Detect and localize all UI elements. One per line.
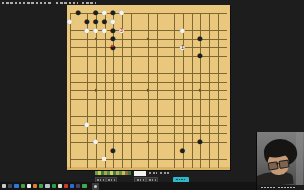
white-stone-A18: ● xyxy=(65,17,74,26)
webcam-background xyxy=(296,132,303,190)
taskbar-icon-app-6[interactable] xyxy=(39,184,43,188)
go-board[interactable]: ●●●●●●●●●▲●●●●●●●●●●●●●3●●1●● xyxy=(67,5,230,170)
webcam-caption-bar xyxy=(257,185,304,190)
toolbar-text-2 xyxy=(160,172,169,174)
white-stone-G19: ● xyxy=(117,9,126,18)
black-stone-glyph: ● xyxy=(179,145,186,156)
white-stone-glyph: ● xyxy=(84,25,91,36)
taskbar-icon-start[interactable] xyxy=(2,184,6,188)
taskbar-icon-app-9[interactable] xyxy=(58,184,62,188)
white-stone-glyph: ● xyxy=(118,7,125,18)
white-stone-O15: ●1 xyxy=(178,43,187,52)
white-stone-glyph: ● xyxy=(92,136,99,147)
taskbar-icon-app-3[interactable] xyxy=(21,184,25,188)
taskbar-icon-app-1[interactable] xyxy=(8,184,12,188)
taskbar-active-app[interactable] xyxy=(92,183,99,190)
square-marker xyxy=(102,157,106,161)
taskbar-icon-app-2[interactable] xyxy=(14,184,18,188)
black-stone-Q16: ● xyxy=(195,34,204,43)
progress-segment xyxy=(128,171,131,175)
white-stone-glyph: ● xyxy=(101,25,108,36)
black-stone-glyph: ● xyxy=(196,33,203,44)
white-stone-glyph: ● xyxy=(92,25,99,36)
triangle-marker: ▲ xyxy=(108,41,117,50)
white-stone-E19: ● xyxy=(100,9,109,18)
webcam-overlay xyxy=(256,132,304,190)
move-number-box[interactable] xyxy=(134,171,146,176)
black-stone-O3: ● xyxy=(178,146,187,155)
taskbar-icon-app-12[interactable] xyxy=(76,184,80,188)
white-stone-glyph: ● xyxy=(179,25,186,36)
white-stone-C6: ● xyxy=(83,120,92,129)
black-stone-glyph: ● xyxy=(196,136,203,147)
move-number-label: 1 xyxy=(178,43,187,52)
taskbar-icon-app-7[interactable] xyxy=(45,184,49,188)
white-stone-D17: ● xyxy=(91,26,100,35)
taskbar-icon-app-8[interactable] xyxy=(52,184,56,188)
black-stone-Q4: ● xyxy=(195,138,204,147)
board-stones-layer: ●●●●●●●●●▲●●●●●●●●●●●●●3●●1●● xyxy=(65,9,230,172)
white-stone-glyph: ● xyxy=(101,7,108,18)
taskbar-icon-app-11[interactable] xyxy=(70,184,74,188)
white-stone-G17: ●3 xyxy=(117,26,126,35)
white-stone-D4: ● xyxy=(91,138,100,147)
taskbar-icon-app-13[interactable] xyxy=(82,184,86,188)
white-stone-E17: ● xyxy=(100,26,109,35)
black-stone-glyph: ● xyxy=(110,145,117,156)
toolbar-text-1 xyxy=(149,172,157,174)
white-stone-C17: ● xyxy=(83,26,92,35)
black-stone-Q14: ● xyxy=(195,52,204,61)
white-stone-glyph: ● xyxy=(110,16,117,27)
white-stone-F18: ● xyxy=(109,17,118,26)
screen: ●●●●●●●●●▲●●●●●●●●●●●●●3●●1●● xyxy=(0,0,304,190)
taskbar-icon-app-10[interactable] xyxy=(64,184,68,188)
taskbar-icon-app-4[interactable] xyxy=(27,184,31,188)
white-stone-O17: ● xyxy=(178,26,187,35)
black-stone-F3: ● xyxy=(109,146,118,155)
black-stone-glyph: ● xyxy=(196,50,203,61)
move-progress-bar[interactable] xyxy=(95,171,131,175)
taskbar-icon-app-5[interactable] xyxy=(33,184,37,188)
white-stone-glyph: ● xyxy=(66,16,73,27)
marker-E2 xyxy=(100,155,109,164)
black-stone-glyph: ● xyxy=(75,7,82,18)
move-number-label: 3 xyxy=(117,26,126,35)
black-stone-B19: ● xyxy=(74,9,83,18)
white-stone-glyph: ● xyxy=(84,119,91,130)
black-stone-F15: ●▲ xyxy=(109,43,118,52)
